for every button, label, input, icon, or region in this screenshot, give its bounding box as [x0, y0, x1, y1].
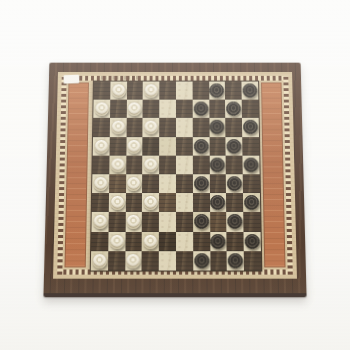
square-r3-c8[interactable]	[209, 118, 226, 137]
square-r10-c9[interactable]	[227, 251, 244, 271]
white-piece[interactable]	[143, 195, 158, 210]
square-r5-c3[interactable]	[126, 155, 143, 174]
square-r9-c8[interactable]	[210, 232, 227, 251]
square-r8-c7[interactable]	[193, 212, 210, 231]
square-r1-c6[interactable]	[176, 82, 192, 100]
square-r2-c4[interactable]	[143, 100, 160, 118]
white-piece[interactable]	[110, 195, 125, 210]
square-r4-c1[interactable]	[93, 137, 110, 156]
white-piece[interactable]	[93, 176, 108, 191]
square-r6-c1[interactable]	[92, 174, 109, 193]
black-piece[interactable]	[210, 120, 225, 134]
square-r4-c5[interactable]	[159, 137, 176, 156]
square-r1-c3[interactable]	[127, 82, 144, 100]
square-r10-c4[interactable]	[142, 251, 159, 271]
square-r6-c7[interactable]	[193, 174, 210, 193]
square-r1-c9[interactable]	[225, 82, 242, 100]
square-r5-c7[interactable]	[193, 155, 210, 174]
square-r9-c5[interactable]	[159, 232, 176, 251]
square-r5-c5[interactable]	[159, 155, 176, 174]
square-r4-c7[interactable]	[193, 137, 210, 156]
square-r3-c3[interactable]	[126, 118, 143, 137]
square-r7-c4[interactable]	[142, 193, 159, 212]
square-r5-c2[interactable]	[109, 155, 126, 174]
square-r3-c2[interactable]	[110, 118, 127, 137]
square-r10-c8[interactable]	[210, 251, 227, 271]
black-piece[interactable]	[227, 214, 242, 229]
square-r2-c2[interactable]	[110, 100, 127, 118]
square-r1-c8[interactable]	[209, 82, 226, 100]
draughts-board	[43, 63, 306, 298]
square-r4-c2[interactable]	[109, 137, 126, 156]
square-r2-c5[interactable]	[159, 100, 176, 118]
black-piece[interactable]	[227, 176, 242, 191]
black-piece[interactable]	[244, 157, 259, 172]
white-piece[interactable]	[127, 139, 142, 154]
square-r7-c5[interactable]	[159, 193, 176, 212]
black-piece[interactable]	[210, 157, 225, 172]
square-r4-c6[interactable]	[176, 137, 193, 156]
board-grid	[90, 81, 263, 272]
white-piece[interactable]	[109, 234, 124, 249]
white-piece[interactable]	[127, 176, 142, 191]
square-r3-c4[interactable]	[143, 118, 160, 137]
square-r6-c5[interactable]	[159, 174, 176, 193]
square-r2-c3[interactable]	[126, 100, 143, 118]
square-r3-c9[interactable]	[226, 118, 243, 137]
black-piece[interactable]	[194, 253, 209, 268]
square-r10-c3[interactable]	[125, 251, 142, 271]
square-r8-c4[interactable]	[142, 212, 159, 231]
black-piece[interactable]	[193, 102, 208, 116]
square-r6-c2[interactable]	[109, 174, 126, 193]
square-r2-c6[interactable]	[176, 100, 193, 118]
square-r9-c7[interactable]	[193, 232, 210, 251]
white-piece[interactable]	[94, 102, 109, 116]
white-piece[interactable]	[144, 120, 159, 134]
square-r1-c1[interactable]	[94, 82, 111, 100]
square-r4-c8[interactable]	[209, 137, 226, 156]
white-piece[interactable]	[92, 253, 107, 268]
square-r7-c9[interactable]	[226, 193, 243, 212]
white-piece[interactable]	[126, 214, 141, 229]
square-r2-c1[interactable]	[93, 100, 110, 118]
white-piece[interactable]	[111, 84, 126, 98]
square-r2-c10[interactable]	[242, 100, 259, 118]
square-r3-c5[interactable]	[159, 118, 176, 137]
square-r2-c8[interactable]	[209, 100, 226, 118]
square-r6-c9[interactable]	[226, 174, 243, 193]
square-r5-c6[interactable]	[176, 155, 193, 174]
square-r7-c10[interactable]	[243, 193, 260, 212]
white-piece[interactable]	[143, 234, 158, 249]
square-r8-c8[interactable]	[210, 212, 227, 231]
black-piece[interactable]	[194, 176, 209, 191]
square-r8-c3[interactable]	[125, 212, 142, 231]
maker-stamp	[101, 76, 140, 80]
square-r10-c2[interactable]	[108, 251, 125, 271]
square-r9-c3[interactable]	[125, 232, 142, 251]
square-r3-c7[interactable]	[193, 118, 210, 137]
square-r7-c2[interactable]	[109, 193, 126, 212]
square-r7-c3[interactable]	[125, 193, 142, 212]
square-r1-c10[interactable]	[242, 82, 259, 100]
square-r10-c10[interactable]	[244, 251, 261, 271]
square-r5-c10[interactable]	[243, 155, 260, 174]
square-r9-c10[interactable]	[244, 232, 261, 251]
square-r7-c8[interactable]	[210, 193, 227, 212]
square-r7-c7[interactable]	[193, 193, 210, 212]
white-piece[interactable]	[94, 139, 109, 154]
square-r1-c2[interactable]	[110, 82, 127, 100]
square-r6-c8[interactable]	[209, 174, 226, 193]
paper-sticker	[64, 75, 80, 84]
square-r1-c7[interactable]	[192, 82, 209, 100]
square-r6-c3[interactable]	[126, 174, 143, 193]
black-piece[interactable]	[210, 84, 225, 98]
black-piece[interactable]	[227, 139, 242, 154]
product-photo	[0, 0, 350, 350]
white-piece[interactable]	[127, 102, 142, 116]
square-r5-c9[interactable]	[226, 155, 243, 174]
square-r4-c10[interactable]	[242, 137, 259, 156]
square-r9-c9[interactable]	[227, 232, 244, 251]
square-r7-c6[interactable]	[176, 193, 193, 212]
square-r8-c1[interactable]	[91, 212, 108, 231]
square-r8-c9[interactable]	[227, 212, 244, 231]
white-piece[interactable]	[143, 157, 158, 172]
black-piece[interactable]	[228, 253, 243, 268]
black-piece[interactable]	[243, 84, 258, 98]
square-r8-c5[interactable]	[159, 212, 176, 231]
square-r1-c4[interactable]	[143, 82, 160, 100]
square-r8-c2[interactable]	[108, 212, 125, 231]
square-r9-c2[interactable]	[108, 232, 125, 251]
black-piece[interactable]	[211, 234, 226, 249]
white-piece[interactable]	[126, 253, 141, 268]
white-piece[interactable]	[144, 84, 159, 98]
black-piece[interactable]	[244, 195, 259, 210]
square-r2-c7[interactable]	[192, 100, 209, 118]
white-piece[interactable]	[92, 214, 107, 229]
black-piece[interactable]	[210, 195, 225, 210]
square-r4-c9[interactable]	[226, 137, 243, 156]
square-r3-c1[interactable]	[93, 118, 110, 137]
black-piece[interactable]	[243, 120, 258, 134]
square-r5-c8[interactable]	[209, 155, 226, 174]
white-piece[interactable]	[110, 120, 125, 134]
black-piece[interactable]	[194, 214, 209, 229]
square-r10-c6[interactable]	[176, 251, 193, 271]
square-r10-c1[interactable]	[91, 251, 108, 271]
square-r1-c5[interactable]	[159, 82, 175, 100]
square-r4-c3[interactable]	[126, 137, 143, 156]
white-piece[interactable]	[110, 157, 125, 172]
square-r4-c4[interactable]	[143, 137, 160, 156]
square-r2-c9[interactable]	[225, 100, 242, 118]
square-r5-c1[interactable]	[92, 155, 109, 174]
square-r7-c1[interactable]	[92, 193, 109, 212]
black-piece[interactable]	[245, 234, 260, 249]
square-r8-c10[interactable]	[243, 212, 260, 231]
square-r5-c4[interactable]	[143, 155, 160, 174]
square-r10-c5[interactable]	[159, 251, 176, 271]
square-r9-c1[interactable]	[91, 232, 108, 251]
square-r3-c10[interactable]	[242, 118, 259, 137]
square-r8-c6[interactable]	[176, 212, 193, 231]
square-r3-c6[interactable]	[176, 118, 193, 137]
square-r10-c7[interactable]	[193, 251, 210, 271]
black-piece[interactable]	[193, 139, 208, 154]
square-r9-c4[interactable]	[142, 232, 159, 251]
square-r6-c4[interactable]	[142, 174, 159, 193]
side-panel-right	[261, 82, 286, 267]
board-margin	[53, 72, 297, 279]
black-piece[interactable]	[226, 102, 241, 116]
square-r6-c6[interactable]	[176, 174, 193, 193]
side-panel-left	[64, 82, 89, 267]
square-r6-c10[interactable]	[243, 174, 260, 193]
square-r9-c6[interactable]	[176, 232, 193, 251]
